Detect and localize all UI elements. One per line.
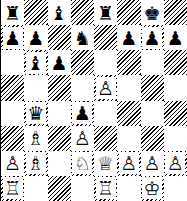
black-rook[interactable]: ♜ [96,2,116,24]
square-f1[interactable] [117,176,140,201]
white-pawn[interactable]: ♙ [165,152,185,174]
square-f2[interactable]: ♙ [117,151,140,176]
white-pawn[interactable]: ♙ [142,152,162,174]
square-b7[interactable]: ♟ [24,25,47,50]
square-g3[interactable] [141,126,164,151]
square-g6[interactable] [141,50,164,75]
square-h7[interactable]: ♟ [164,25,187,50]
white-king[interactable]: ♔ [142,177,162,199]
square-b3[interactable]: ♗ [24,126,47,151]
square-a2[interactable]: ♙ [1,151,24,176]
black-bishop[interactable]: ♝ [26,52,46,74]
square-d6[interactable] [71,50,94,75]
square-e3[interactable] [94,126,117,151]
white-bishop[interactable]: ♗ [26,127,46,149]
black-pawn[interactable]: ♟ [26,27,46,49]
white-rook[interactable]: ♖ [96,177,116,199]
white-knight[interactable]: ♘ [72,152,92,174]
black-pawn[interactable]: ♟ [119,27,139,49]
chess-board-frame: ♜♝♜♚♟♟♞♟♟♟♝♟♙♛♟♗♙♙♗♘♕♙♙♙♖♖♔ [0,0,187,201]
square-b8[interactable] [24,0,47,25]
square-g1[interactable]: ♔ [141,176,164,201]
square-a5[interactable] [1,75,24,100]
square-d3[interactable]: ♙ [71,126,94,151]
square-e1[interactable]: ♖ [94,176,117,201]
square-g2[interactable]: ♙ [141,151,164,176]
black-king[interactable]: ♚ [142,2,162,24]
square-c1[interactable] [48,176,71,201]
square-f4[interactable] [117,101,140,126]
black-pawn[interactable]: ♟ [142,27,162,49]
square-c8[interactable]: ♝ [48,0,71,25]
white-pawn[interactable]: ♙ [119,152,139,174]
square-d4[interactable]: ♟ [71,101,94,126]
square-c4[interactable] [48,101,71,126]
square-d7[interactable]: ♞ [71,25,94,50]
white-pawn[interactable]: ♙ [96,77,116,99]
white-rook[interactable]: ♖ [3,177,23,199]
square-b2[interactable]: ♗ [24,151,47,176]
square-e2[interactable]: ♕ [94,151,117,176]
black-pawn[interactable]: ♟ [3,27,23,49]
square-e6[interactable] [94,50,117,75]
chess-board: ♜♝♜♚♟♟♞♟♟♟♝♟♙♛♟♗♙♙♗♘♕♙♙♙♖♖♔ [1,0,187,201]
square-c5[interactable] [48,75,71,100]
square-g7[interactable]: ♟ [141,25,164,50]
square-b6[interactable]: ♝ [24,50,47,75]
square-h6[interactable] [164,50,187,75]
square-h1[interactable] [164,176,187,201]
square-e5[interactable]: ♙ [94,75,117,100]
square-b1[interactable] [24,176,47,201]
black-rook[interactable]: ♜ [3,2,23,24]
square-a7[interactable]: ♟ [1,25,24,50]
square-d8[interactable] [71,0,94,25]
square-g5[interactable] [141,75,164,100]
square-c6[interactable]: ♟ [48,50,71,75]
square-h8[interactable] [164,0,187,25]
square-a8[interactable]: ♜ [1,0,24,25]
white-queen[interactable]: ♕ [96,152,116,174]
square-f7[interactable]: ♟ [117,25,140,50]
square-e7[interactable] [94,25,117,50]
square-d5[interactable] [71,75,94,100]
square-f6[interactable] [117,50,140,75]
black-pawn[interactable]: ♟ [49,52,69,74]
square-b5[interactable] [24,75,47,100]
square-h4[interactable] [164,101,187,126]
square-h5[interactable] [164,75,187,100]
square-f5[interactable] [117,75,140,100]
square-f8[interactable] [117,0,140,25]
white-pawn[interactable]: ♙ [3,152,23,174]
square-a6[interactable] [1,50,24,75]
square-f3[interactable] [117,126,140,151]
square-a4[interactable] [1,101,24,126]
square-a1[interactable]: ♖ [1,176,24,201]
black-pawn[interactable]: ♟ [72,102,92,124]
square-c3[interactable] [48,126,71,151]
white-bishop[interactable]: ♗ [26,152,46,174]
square-h3[interactable] [164,126,187,151]
square-h2[interactable]: ♙ [164,151,187,176]
square-g4[interactable] [141,101,164,126]
square-d2[interactable]: ♘ [71,151,94,176]
square-e4[interactable] [94,101,117,126]
square-g8[interactable]: ♚ [141,0,164,25]
white-pawn[interactable]: ♙ [72,127,92,149]
square-d1[interactable] [71,176,94,201]
square-c7[interactable] [48,25,71,50]
black-bishop[interactable]: ♝ [49,2,69,24]
black-pawn[interactable]: ♟ [165,27,185,49]
square-e8[interactable]: ♜ [94,0,117,25]
square-c2[interactable] [48,151,71,176]
black-knight[interactable]: ♞ [72,27,92,49]
square-b4[interactable]: ♛ [24,101,47,126]
black-queen[interactable]: ♛ [26,102,46,124]
square-a3[interactable] [1,126,24,151]
